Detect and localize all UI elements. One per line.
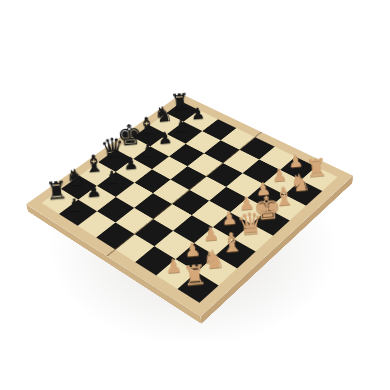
black-pawn[interactable]: ♟ (66, 196, 83, 215)
white-pawn[interactable]: ♟ (202, 224, 220, 243)
black-knight[interactable]: ♞ (65, 166, 87, 190)
board-grid: ♜♟♟♜♞♟♟♞♝♟♟♝♚♟♟♚♛♟♟♛♝♟♟♝♞♟♟♞♜♟♟♜ (42, 102, 338, 303)
camera-roll-wrapper: ♜♟♟♜♞♟♟♞♝♟♟♝♚♟♟♚♛♟♟♛♝♟♟♝♞♟♟♞♜♟♟♜ (0, 0, 390, 390)
black-pawn[interactable]: ♟ (190, 106, 205, 123)
black-pawn[interactable]: ♟ (174, 118, 190, 135)
black-pawn[interactable]: ♟ (104, 168, 120, 186)
white-pawn[interactable]: ♟ (164, 256, 182, 276)
black-rook[interactable]: ♜ (45, 178, 69, 204)
black-pawn[interactable]: ♟ (86, 182, 103, 200)
black-pawn[interactable]: ♟ (157, 130, 173, 147)
square-a1[interactable]: ♜ (177, 272, 218, 303)
chess-board: ♜♟♟♜♞♟♟♞♝♟♟♝♚♟♟♚♛♟♟♛♝♟♟♝♞♟♟♞♜♟♟♜ (26, 94, 353, 317)
product-photo-canvas: ♜♟♟♜♞♟♟♞♝♟♟♝♚♟♟♚♛♟♟♛♝♟♟♝♞♟♟♞♜♟♟♜ (0, 0, 390, 390)
black-bishop[interactable]: ♝ (83, 151, 106, 176)
black-pawn[interactable]: ♟ (123, 155, 139, 173)
white-pawn[interactable]: ♟ (287, 153, 303, 171)
white-rook[interactable]: ♜ (181, 261, 207, 290)
white-pawn[interactable]: ♟ (183, 240, 201, 260)
black-pawn[interactable]: ♟ (140, 142, 156, 159)
